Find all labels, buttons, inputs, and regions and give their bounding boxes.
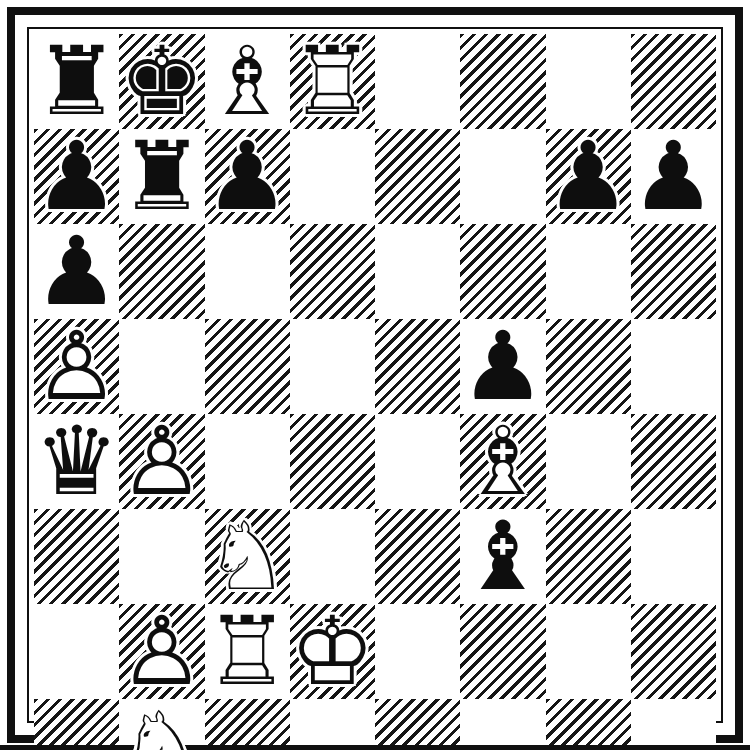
square-d7[interactable] bbox=[290, 129, 375, 224]
square-d4[interactable] bbox=[290, 414, 375, 509]
black-pawn-a6[interactable]: ♟ bbox=[34, 224, 119, 319]
white-pawn-b4[interactable]: ♙ bbox=[119, 414, 204, 509]
square-a2[interactable] bbox=[34, 604, 119, 699]
square-d3[interactable] bbox=[290, 509, 375, 604]
page-bottom-rule bbox=[0, 745, 750, 750]
square-b5[interactable] bbox=[119, 319, 204, 414]
square-b7[interactable]: ♜ bbox=[119, 129, 204, 224]
square-h2[interactable] bbox=[631, 604, 716, 699]
square-g2[interactable] bbox=[546, 604, 631, 699]
square-f2[interactable] bbox=[460, 604, 545, 699]
square-d2[interactable]: ♔ bbox=[290, 604, 375, 699]
white-bishop-f4[interactable]: ♗ bbox=[460, 414, 545, 509]
black-queen-a4[interactable]: ♛ bbox=[34, 414, 119, 509]
white-knight-c3[interactable]: ♘ bbox=[205, 509, 290, 604]
black-bishop-f3[interactable]: ♝ bbox=[460, 509, 545, 604]
square-f1[interactable] bbox=[460, 699, 545, 750]
square-g4[interactable] bbox=[546, 414, 631, 509]
square-a8[interactable]: ♜ bbox=[34, 34, 119, 129]
square-e6[interactable] bbox=[375, 224, 460, 319]
square-g8[interactable] bbox=[546, 34, 631, 129]
square-b6[interactable] bbox=[119, 224, 204, 319]
black-pawn-h7[interactable]: ♟ bbox=[631, 129, 716, 224]
square-f4[interactable]: ♗ bbox=[460, 414, 545, 509]
square-g6[interactable] bbox=[546, 224, 631, 319]
square-c6[interactable] bbox=[205, 224, 290, 319]
black-king-b8[interactable]: ♚ bbox=[119, 34, 204, 129]
square-c7[interactable]: ♟ bbox=[205, 129, 290, 224]
square-e7[interactable] bbox=[375, 129, 460, 224]
white-pawn-b2[interactable]: ♙ bbox=[119, 604, 204, 699]
black-rook-a8[interactable]: ♜ bbox=[34, 34, 119, 129]
square-d8[interactable]: ♖ bbox=[290, 34, 375, 129]
square-a1[interactable] bbox=[34, 699, 119, 750]
square-a6[interactable]: ♟ bbox=[34, 224, 119, 319]
white-pawn-a5[interactable]: ♙ bbox=[34, 319, 119, 414]
white-rook-d8[interactable]: ♖ bbox=[290, 34, 375, 129]
square-e5[interactable] bbox=[375, 319, 460, 414]
square-f6[interactable] bbox=[460, 224, 545, 319]
square-c3[interactable]: ♘ bbox=[205, 509, 290, 604]
black-pawn-c7[interactable]: ♟ bbox=[205, 129, 290, 224]
black-rook-b7[interactable]: ♜ bbox=[119, 129, 204, 224]
square-h1[interactable] bbox=[631, 699, 716, 750]
square-a5[interactable]: ♙ bbox=[34, 319, 119, 414]
square-g3[interactable] bbox=[546, 509, 631, 604]
square-c4[interactable] bbox=[205, 414, 290, 509]
square-b4[interactable]: ♙ bbox=[119, 414, 204, 509]
white-bishop-c8[interactable]: ♗ bbox=[205, 34, 290, 129]
square-g5[interactable] bbox=[546, 319, 631, 414]
square-c5[interactable] bbox=[205, 319, 290, 414]
square-a4[interactable]: ♛ bbox=[34, 414, 119, 509]
square-e4[interactable] bbox=[375, 414, 460, 509]
square-b8[interactable]: ♚ bbox=[119, 34, 204, 129]
square-e2[interactable] bbox=[375, 604, 460, 699]
square-h5[interactable] bbox=[631, 319, 716, 414]
black-pawn-g7[interactable]: ♟ bbox=[546, 129, 631, 224]
square-d6[interactable] bbox=[290, 224, 375, 319]
black-pawn-a7[interactable]: ♟ bbox=[34, 129, 119, 224]
square-h3[interactable] bbox=[631, 509, 716, 604]
square-c1[interactable] bbox=[205, 699, 290, 750]
white-rook-c2[interactable]: ♖ bbox=[205, 604, 290, 699]
square-d5[interactable] bbox=[290, 319, 375, 414]
square-e1[interactable] bbox=[375, 699, 460, 750]
square-f8[interactable] bbox=[460, 34, 545, 129]
square-d1[interactable] bbox=[290, 699, 375, 750]
black-pawn-f5[interactable]: ♟ bbox=[460, 319, 545, 414]
square-b3[interactable] bbox=[119, 509, 204, 604]
square-b1[interactable]: ♘ bbox=[119, 699, 204, 750]
white-knight-b1[interactable]: ♘ bbox=[119, 699, 204, 750]
chess-board: ♜♚♗♖♟♜♟♟♟♟♙♟♛♙♗♘♝♙♖♔♘ bbox=[34, 34, 716, 716]
white-king-d2[interactable]: ♔ bbox=[290, 604, 375, 699]
square-h8[interactable] bbox=[631, 34, 716, 129]
square-h7[interactable]: ♟ bbox=[631, 129, 716, 224]
square-c8[interactable]: ♗ bbox=[205, 34, 290, 129]
square-g1[interactable] bbox=[546, 699, 631, 750]
square-e8[interactable] bbox=[375, 34, 460, 129]
square-f3[interactable]: ♝ bbox=[460, 509, 545, 604]
square-c2[interactable]: ♖ bbox=[205, 604, 290, 699]
square-e3[interactable] bbox=[375, 509, 460, 604]
square-a7[interactable]: ♟ bbox=[34, 129, 119, 224]
square-f7[interactable] bbox=[460, 129, 545, 224]
square-g7[interactable]: ♟ bbox=[546, 129, 631, 224]
square-f5[interactable]: ♟ bbox=[460, 319, 545, 414]
square-a3[interactable] bbox=[34, 509, 119, 604]
square-h6[interactable] bbox=[631, 224, 716, 319]
square-h4[interactable] bbox=[631, 414, 716, 509]
square-b2[interactable]: ♙ bbox=[119, 604, 204, 699]
